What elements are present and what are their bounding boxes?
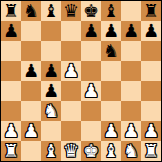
- square-d2[interactable]: [61, 121, 81, 141]
- square-c2[interactable]: [41, 121, 61, 141]
- square-b8[interactable]: ♞: [21, 1, 41, 21]
- black-pawn-icon: ♟: [123, 21, 139, 41]
- square-a6[interactable]: [1, 41, 21, 61]
- square-b3[interactable]: [21, 101, 41, 121]
- square-f2[interactable]: ♟: [101, 121, 121, 141]
- square-b7[interactable]: [21, 21, 41, 41]
- square-g7[interactable]: ♟: [121, 21, 141, 41]
- white-queen-icon: ♛: [63, 141, 79, 161]
- white-king-icon: ♚: [83, 141, 99, 161]
- square-h8[interactable]: ♜: [141, 1, 161, 21]
- square-f4[interactable]: [101, 81, 121, 101]
- square-b2[interactable]: ♟: [21, 121, 41, 141]
- square-a5[interactable]: [1, 61, 21, 81]
- black-bishop-icon: ♝: [43, 1, 59, 21]
- square-g2[interactable]: ♟: [121, 121, 141, 141]
- square-c5[interactable]: ♟: [41, 61, 61, 81]
- black-rook-icon: ♜: [143, 1, 159, 21]
- square-b6[interactable]: [21, 41, 41, 61]
- square-d4[interactable]: [61, 81, 81, 101]
- square-f3[interactable]: [101, 101, 121, 121]
- white-pawn-icon: ♟: [103, 121, 119, 141]
- square-d6[interactable]: [61, 41, 81, 61]
- square-f1[interactable]: ♝: [101, 141, 121, 161]
- square-a7[interactable]: ♟: [1, 21, 21, 41]
- square-g4[interactable]: [121, 81, 141, 101]
- black-pawn-icon: ♟: [43, 61, 59, 81]
- square-a4[interactable]: [1, 81, 21, 101]
- square-c3[interactable]: ♞: [41, 101, 61, 121]
- black-king-icon: ♚: [83, 1, 99, 21]
- square-a3[interactable]: [1, 101, 21, 121]
- square-d1[interactable]: ♛: [61, 141, 81, 161]
- square-c1[interactable]: ♝: [41, 141, 61, 161]
- square-f7[interactable]: ♟: [101, 21, 121, 41]
- square-c7[interactable]: [41, 21, 61, 41]
- square-a8[interactable]: ♜: [1, 1, 21, 21]
- square-e7[interactable]: ♟: [81, 21, 101, 41]
- square-b5[interactable]: ♟: [21, 61, 41, 81]
- square-h4[interactable]: [141, 81, 161, 101]
- black-pawn-icon: ♟: [103, 21, 119, 41]
- square-f8[interactable]: ♝: [101, 1, 121, 21]
- square-e2[interactable]: [81, 121, 101, 141]
- square-a2[interactable]: ♟: [1, 121, 21, 141]
- square-h2[interactable]: ♟: [141, 121, 161, 141]
- square-f5[interactable]: [101, 61, 121, 81]
- white-pawn-icon: ♟: [3, 121, 19, 141]
- square-g5[interactable]: [121, 61, 141, 81]
- square-d3[interactable]: [61, 101, 81, 121]
- black-knight-icon: ♞: [23, 1, 39, 21]
- square-d7[interactable]: [61, 21, 81, 41]
- white-bishop-icon: ♝: [43, 141, 59, 161]
- square-e3[interactable]: [81, 101, 101, 121]
- square-d8[interactable]: ♛: [61, 1, 81, 21]
- square-g8[interactable]: [121, 1, 141, 21]
- square-h1[interactable]: ♜: [141, 141, 161, 161]
- square-e1[interactable]: ♚: [81, 141, 101, 161]
- square-g6[interactable]: [121, 41, 141, 61]
- black-queen-icon: ♛: [63, 1, 79, 21]
- square-c6[interactable]: [41, 41, 61, 61]
- square-h5[interactable]: [141, 61, 161, 81]
- square-d5[interactable]: ♟: [61, 61, 81, 81]
- square-b4[interactable]: [21, 81, 41, 101]
- white-knight-icon: ♞: [123, 141, 139, 161]
- white-bishop-icon: ♝: [103, 141, 119, 161]
- square-h7[interactable]: ♟: [141, 21, 161, 41]
- black-rook-icon: ♜: [3, 1, 19, 21]
- white-pawn-icon: ♟: [143, 121, 159, 141]
- square-g1[interactable]: ♞: [121, 141, 141, 161]
- black-pawn-icon: ♟: [3, 21, 19, 41]
- white-pawn-icon: ♟: [23, 121, 39, 141]
- square-e4[interactable]: ♟: [81, 81, 101, 101]
- black-pawn-icon: ♟: [43, 81, 59, 101]
- square-g3[interactable]: [121, 101, 141, 121]
- white-pawn-icon: ♟: [83, 81, 99, 101]
- square-e6[interactable]: [81, 41, 101, 61]
- black-pawn-icon: ♟: [83, 21, 99, 41]
- white-knight-icon: ♞: [43, 101, 59, 121]
- square-h3[interactable]: [141, 101, 161, 121]
- black-pawn-icon: ♟: [23, 61, 39, 81]
- white-pawn-icon: ♟: [123, 121, 139, 141]
- square-e5[interactable]: [81, 61, 101, 81]
- square-a1[interactable]: ♜: [1, 141, 21, 161]
- black-knight-icon: ♞: [103, 41, 119, 61]
- white-rook-icon: ♜: [3, 141, 19, 161]
- square-h6[interactable]: [141, 41, 161, 61]
- black-pawn-icon: ♟: [143, 21, 159, 41]
- white-pawn-icon: ♟: [63, 61, 79, 81]
- white-rook-icon: ♜: [143, 141, 159, 161]
- square-c4[interactable]: ♟: [41, 81, 61, 101]
- square-f6[interactable]: ♞: [101, 41, 121, 61]
- chess-diagram: ♜♞♝♛♚♝♜♟♟♟♟♟♞♟♟♟♟♟♞♟♟♟♟♟♜♝♛♚♝♞♜: [0, 0, 162, 162]
- chess-board: ♜♞♝♛♚♝♜♟♟♟♟♟♞♟♟♟♟♟♞♟♟♟♟♟♜♝♛♚♝♞♜: [0, 0, 162, 162]
- square-b1[interactable]: [21, 141, 41, 161]
- square-e8[interactable]: ♚: [81, 1, 101, 21]
- black-bishop-icon: ♝: [103, 1, 119, 21]
- square-c8[interactable]: ♝: [41, 1, 61, 21]
